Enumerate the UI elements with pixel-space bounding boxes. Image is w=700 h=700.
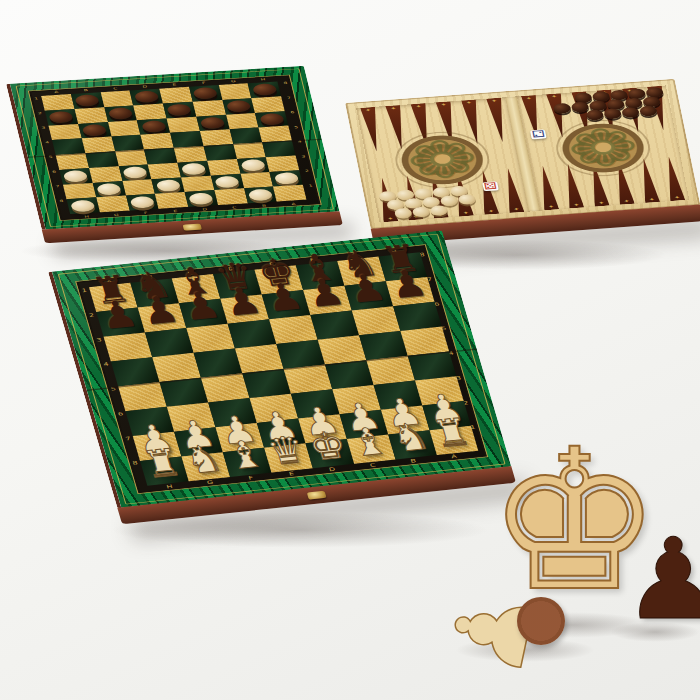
coord-label: 6 (288, 110, 301, 125)
checker-light (247, 188, 273, 201)
point-ornament: ✦ (551, 94, 558, 99)
checkers-square (155, 192, 188, 209)
checker-light (155, 179, 181, 192)
backgammon-case: ✦✦✦✦✦✦ ✦✦✦✦✦✦ ❁ ⚄ ✦✦✦✦✦✦ ✦✦✦✦✦✦ ❁ ⚁ (345, 79, 700, 246)
checkers-board-top: ABCDEFGH HGFEDCBA 12345678 87654321 (6, 66, 340, 230)
chess-latch (307, 491, 327, 500)
checkers-square (244, 187, 277, 204)
point-ornament: ✦ (623, 199, 630, 204)
coord-label: 1 (306, 184, 319, 199)
coord-label: D (190, 207, 220, 212)
checker-dark (167, 103, 193, 116)
checker-light (129, 196, 155, 209)
point-ornament: ✦ (598, 201, 605, 206)
coord-label: 8 (280, 81, 293, 96)
dark-pawn-piece: ♟ (623, 523, 700, 635)
checker-dark (192, 87, 218, 100)
point-ornament: ✦ (390, 106, 397, 111)
coord-label: 2 (302, 169, 315, 184)
backgammon-point: ✦ (535, 165, 559, 210)
chess-square: ♝ (223, 448, 272, 477)
backgammon-left-half: ✦✦✦✦✦✦ ✦✦✦✦✦✦ ❁ ⚄ (356, 97, 528, 222)
coord-label: 7 (284, 96, 297, 111)
checker-light (63, 170, 89, 183)
checker-light (70, 199, 96, 212)
medallion-glyph: ❁ (402, 132, 482, 187)
coord-label: 3 (298, 154, 311, 169)
backgammon-point: ✦ (360, 107, 384, 152)
die-1: ⚁ (530, 129, 547, 139)
checker-dark (48, 111, 74, 124)
checkers-board: ABCDEFGH HGFEDCBA 12345678 87654321 (6, 66, 343, 244)
point-ornament: ✦ (526, 96, 533, 101)
chess-square: ♝ (347, 435, 396, 464)
checkers-latch (183, 224, 202, 231)
checkers-square (214, 188, 247, 205)
chess-black-band: ABCDEFGH HGFEDCBA 12345678 87654321 ♜♞♝♛… (75, 244, 488, 494)
point-ornament: ✦ (463, 211, 470, 216)
point-ornament: ✦ (674, 195, 681, 200)
coord-label: B (249, 203, 279, 208)
backgammon-point: ✦ (501, 168, 525, 213)
point-ornament: ✦ (548, 204, 555, 209)
chess-square: ♞ (181, 452, 230, 481)
chess-square: ♚ (306, 439, 355, 468)
chess-square: ♞ (388, 430, 437, 459)
checker-light (214, 175, 240, 188)
product-photo-scene: ABCDEFGH HGFEDCBA 12345678 87654321 ✦✦✦✦… (0, 0, 700, 700)
checker-light (181, 163, 207, 176)
point-ornament: ✦ (491, 98, 498, 103)
point-ornament: ✦ (466, 100, 473, 105)
checkers-black-band: ABCDEFGH HGFEDCBA 12345678 87654321 (28, 75, 322, 221)
coord-label: E (160, 209, 190, 214)
point-ornament: ✦ (365, 108, 372, 113)
checkers-square (185, 190, 218, 207)
backgammon-point: ✦ (661, 156, 685, 201)
coord-label: H (72, 214, 102, 219)
checker-light (96, 183, 122, 196)
chess-grid: ♜♞♝♛♚♝♞♜♟♟♟♟♟♟♟♟♟♟♟♟♟♟♟♟♜♞♝♛♚♝♞♜ (89, 252, 478, 486)
checker-dark (259, 113, 285, 126)
backgammon-right-half: ✦✦✦✦✦✦ ✦✦✦✦✦✦ ❁ ⚁ (517, 85, 689, 210)
checker-dark (226, 100, 252, 113)
checker-dark (200, 116, 226, 129)
chess-square: ♜ (140, 457, 189, 486)
checker-dark (107, 107, 133, 120)
medallion-glyph: ❁ (563, 120, 643, 175)
checker-light (240, 159, 266, 172)
checker-light (122, 166, 148, 179)
die-2: ⚄ (482, 181, 499, 191)
point-ornament: ✦ (649, 197, 656, 202)
checkers-square (96, 196, 129, 213)
checkers-grid (41, 81, 306, 214)
chess-board-top: ABCDEFGH HGFEDCBA 12345678 87654321 ♜♞♝♛… (48, 230, 511, 508)
coord-label: G (101, 212, 131, 217)
point-ornament: ✦ (387, 216, 394, 221)
loose-pieces: ♟ ♚ ♟ (465, 415, 700, 685)
coord-label: C (219, 205, 249, 210)
checkers-square (67, 197, 100, 214)
checkers-square (126, 194, 159, 211)
chess-piece-dark-rook: ♜ (85, 269, 137, 310)
chess-square: ♛ (264, 443, 313, 472)
coord-label: A (278, 201, 308, 206)
point-ornament: ✦ (415, 104, 422, 109)
coord-label: F (131, 211, 161, 216)
point-ornament: ✦ (573, 202, 580, 207)
checker-light (188, 192, 214, 205)
checkers-square (273, 185, 306, 202)
point-ornament: ✦ (488, 209, 495, 214)
coord-label: 5 (291, 125, 304, 140)
checker-light (273, 172, 299, 185)
point-ornament: ✦ (440, 102, 447, 107)
backgammon-point: ✦ (486, 98, 510, 143)
chess-board: ABCDEFGH HGFEDCBA 12345678 87654321 ♜♞♝♛… (48, 230, 516, 524)
point-ornament: ✦ (513, 207, 520, 212)
backgammon-interior: ✦✦✦✦✦✦ ✦✦✦✦✦✦ ❁ ⚄ ✦✦✦✦✦✦ ✦✦✦✦✦✦ ❁ ⚁ (345, 79, 700, 230)
checker-dark (133, 91, 159, 104)
checker-dark (252, 83, 278, 96)
checker-dark (74, 94, 100, 107)
coord-label: 4 (295, 140, 308, 155)
checker-dark (82, 124, 108, 137)
checker-dark (141, 120, 167, 133)
